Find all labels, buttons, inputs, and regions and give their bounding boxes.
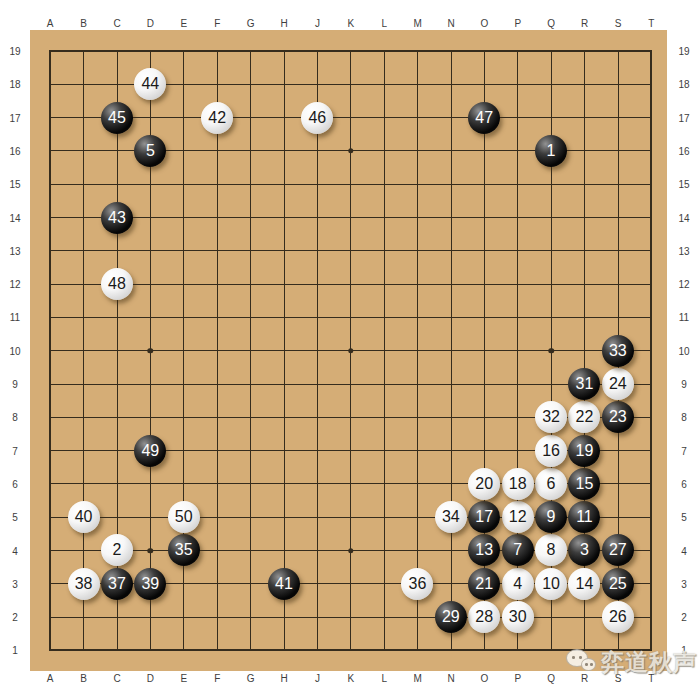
column-label-top: F	[214, 18, 220, 29]
stone-black-23: 23	[602, 401, 634, 433]
stone-black-15: 15	[568, 468, 600, 500]
row-label-left: 18	[9, 79, 20, 90]
column-label-bottom: O	[481, 673, 489, 684]
column-label-top: R	[581, 18, 588, 29]
stone-black-29: 29	[435, 601, 467, 633]
stone-black-5: 5	[134, 135, 166, 167]
stone-white-4: 4	[502, 568, 534, 600]
column-label-bottom: H	[280, 673, 287, 684]
stone-white-26: 26	[602, 601, 634, 633]
row-label-right: 2	[681, 612, 687, 623]
watermark-text: 弈道秋声	[601, 647, 697, 678]
row-label-right: 9	[681, 379, 687, 390]
stone-white-40: 40	[68, 501, 100, 533]
column-label-bottom: C	[113, 673, 120, 684]
column-label-top: C	[113, 18, 120, 29]
stone-black-11: 11	[568, 501, 600, 533]
row-label-left: 14	[9, 212, 20, 223]
row-label-right: 7	[681, 445, 687, 456]
stone-black-27: 27	[602, 534, 634, 566]
stone-black-31: 31	[568, 368, 600, 400]
row-label-left: 8	[12, 412, 18, 423]
stone-white-22: 22	[568, 401, 600, 433]
row-label-left: 10	[9, 345, 20, 356]
column-label-top: Q	[547, 18, 555, 29]
row-label-right: 3	[681, 578, 687, 589]
row-label-right: 12	[678, 279, 689, 290]
column-label-bottom: J	[315, 673, 320, 684]
stone-white-6: 6	[535, 468, 567, 500]
stone-white-46: 46	[301, 102, 333, 134]
row-label-right: 4	[681, 545, 687, 556]
stone-black-47: 47	[468, 102, 500, 134]
column-label-bottom: P	[514, 673, 521, 684]
column-label-bottom: A	[47, 673, 54, 684]
stone-black-17: 17	[468, 501, 500, 533]
board-grid: 1234567891011121314151617181920212223242…	[34, 34, 668, 667]
stone-black-49: 49	[134, 435, 166, 467]
column-label-top: K	[347, 18, 354, 29]
column-label-bottom: N	[447, 673, 454, 684]
row-label-right: 8	[681, 412, 687, 423]
stone-white-28: 28	[468, 601, 500, 633]
stone-black-21: 21	[468, 568, 500, 600]
row-label-right: 17	[678, 112, 689, 123]
row-label-left: 17	[9, 112, 20, 123]
stone-white-24: 24	[602, 368, 634, 400]
row-label-right: 19	[678, 46, 689, 57]
stone-white-42: 42	[201, 102, 233, 134]
column-label-bottom: L	[381, 673, 387, 684]
row-label-left: 3	[12, 578, 18, 589]
stone-white-2: 2	[101, 534, 133, 566]
column-label-top: S	[615, 18, 622, 29]
column-label-top: M	[413, 18, 421, 29]
row-label-left: 12	[9, 279, 20, 290]
stone-black-35: 35	[168, 534, 200, 566]
stone-white-32: 32	[535, 401, 567, 433]
row-label-left: 2	[12, 612, 18, 623]
row-label-left: 1	[12, 645, 18, 656]
row-label-right: 10	[678, 345, 689, 356]
wechat-icon	[565, 645, 601, 679]
stone-black-3: 3	[568, 534, 600, 566]
row-label-right: 16	[678, 145, 689, 156]
column-label-top: O	[481, 18, 489, 29]
stone-white-18: 18	[502, 468, 534, 500]
column-label-top: H	[280, 18, 287, 29]
stone-white-44: 44	[134, 68, 166, 100]
row-label-left: 4	[12, 545, 18, 556]
row-label-left: 11	[10, 312, 20, 323]
stone-white-20: 20	[468, 468, 500, 500]
stone-white-48: 48	[101, 268, 133, 300]
stone-black-9: 9	[535, 501, 567, 533]
row-label-right: 11	[679, 312, 689, 323]
stone-white-14: 14	[568, 568, 600, 600]
stone-white-50: 50	[168, 501, 200, 533]
stone-white-36: 36	[401, 568, 433, 600]
column-label-bottom: Q	[547, 673, 555, 684]
column-label-top: P	[514, 18, 521, 29]
column-label-top: T	[648, 18, 654, 29]
row-label-right: 6	[681, 478, 687, 489]
row-label-right: 14	[678, 212, 689, 223]
row-label-left: 9	[12, 379, 18, 390]
row-label-right: 18	[678, 79, 689, 90]
column-label-bottom: K	[347, 673, 354, 684]
row-label-right: 13	[678, 245, 689, 256]
stone-black-25: 25	[602, 568, 634, 600]
stone-white-38: 38	[68, 568, 100, 600]
column-label-top: E	[180, 18, 187, 29]
stone-white-34: 34	[435, 501, 467, 533]
stone-black-33: 33	[602, 335, 634, 367]
stone-white-16: 16	[535, 435, 567, 467]
row-label-left: 13	[9, 245, 20, 256]
column-label-bottom: B	[80, 673, 87, 684]
stone-black-39: 39	[134, 568, 166, 600]
column-label-bottom: E	[180, 673, 187, 684]
column-label-top: G	[247, 18, 255, 29]
stone-black-45: 45	[101, 102, 133, 134]
row-label-left: 5	[12, 512, 18, 523]
column-label-top: B	[80, 18, 87, 29]
column-label-top: D	[147, 18, 154, 29]
wechat-bubble-small	[581, 658, 596, 671]
stone-white-12: 12	[502, 501, 534, 533]
stone-black-19: 19	[568, 435, 600, 467]
stone-black-37: 37	[101, 568, 133, 600]
row-label-left: 15	[9, 179, 20, 190]
row-label-left: 19	[9, 46, 20, 57]
column-label-top: L	[381, 18, 387, 29]
watermark: 弈道秋声	[565, 643, 697, 681]
row-label-right: 15	[678, 179, 689, 190]
column-label-bottom: M	[413, 673, 421, 684]
stone-black-1: 1	[535, 135, 567, 167]
stone-black-7: 7	[502, 534, 534, 566]
column-label-bottom: F	[214, 673, 220, 684]
stone-black-43: 43	[101, 202, 133, 234]
row-label-left: 7	[12, 445, 18, 456]
stone-white-30: 30	[502, 601, 534, 633]
stone-white-10: 10	[535, 568, 567, 600]
row-label-left: 16	[9, 145, 20, 156]
column-label-top: A	[47, 18, 54, 29]
row-label-left: 6	[12, 478, 18, 489]
column-label-bottom: G	[247, 673, 255, 684]
go-diagram: AABBCCDDEEFFGGHHJJKKLLMMNNOOPPQQRRSSTT19…	[0, 0, 700, 700]
column-label-top: N	[447, 18, 454, 29]
row-label-right: 5	[681, 512, 687, 523]
stone-black-13: 13	[468, 534, 500, 566]
stone-white-8: 8	[535, 534, 567, 566]
column-label-top: J	[315, 18, 320, 29]
stone-black-41: 41	[268, 568, 300, 600]
column-label-bottom: D	[147, 673, 154, 684]
